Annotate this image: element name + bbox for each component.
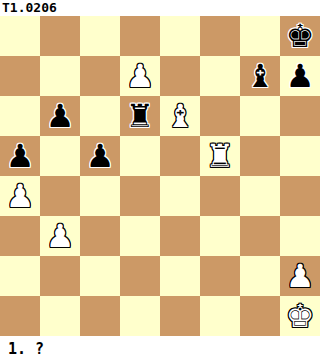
black-pawn-piece: ♟	[46, 96, 75, 136]
black-bishop-piece: ♝	[246, 56, 275, 96]
square-g3[interactable]	[240, 216, 280, 256]
square-c2[interactable]	[80, 256, 120, 296]
square-e6[interactable]: ♝	[160, 96, 200, 136]
square-h3[interactable]	[280, 216, 320, 256]
white-king-piece: ♚	[286, 296, 315, 336]
square-g2[interactable]	[240, 256, 280, 296]
square-e3[interactable]	[160, 216, 200, 256]
square-f7[interactable]	[200, 56, 240, 96]
square-e1[interactable]	[160, 296, 200, 336]
square-g4[interactable]	[240, 176, 280, 216]
square-b4[interactable]	[40, 176, 80, 216]
square-a6[interactable]	[0, 96, 40, 136]
square-f8[interactable]	[200, 16, 240, 56]
square-b3[interactable]: ♟	[40, 216, 80, 256]
square-d3[interactable]	[120, 216, 160, 256]
white-rook-piece: ♜	[206, 136, 235, 176]
square-g7[interactable]: ♝	[240, 56, 280, 96]
white-pawn-piece: ♟	[286, 256, 315, 296]
square-h5[interactable]	[280, 136, 320, 176]
white-pawn-piece: ♟	[46, 216, 75, 256]
square-g1[interactable]	[240, 296, 280, 336]
square-b8[interactable]	[40, 16, 80, 56]
square-d4[interactable]	[120, 176, 160, 216]
white-pawn-piece: ♟	[126, 56, 155, 96]
square-c7[interactable]	[80, 56, 120, 96]
puzzle-id: T1.0206	[0, 0, 320, 16]
square-d6[interactable]: ♜	[120, 96, 160, 136]
white-pawn-piece: ♟	[6, 176, 35, 216]
square-d5[interactable]	[120, 136, 160, 176]
square-a1[interactable]	[0, 296, 40, 336]
square-h8[interactable]: ♚	[280, 16, 320, 56]
square-c1[interactable]	[80, 296, 120, 336]
square-a3[interactable]	[0, 216, 40, 256]
square-e4[interactable]	[160, 176, 200, 216]
square-g8[interactable]	[240, 16, 280, 56]
square-c3[interactable]	[80, 216, 120, 256]
square-e7[interactable]	[160, 56, 200, 96]
square-g5[interactable]	[240, 136, 280, 176]
square-f1[interactable]	[200, 296, 240, 336]
square-h6[interactable]	[280, 96, 320, 136]
square-f3[interactable]	[200, 216, 240, 256]
square-c4[interactable]	[80, 176, 120, 216]
square-d7[interactable]: ♟	[120, 56, 160, 96]
black-king-piece: ♚	[286, 16, 315, 56]
square-b5[interactable]	[40, 136, 80, 176]
square-e5[interactable]	[160, 136, 200, 176]
square-a2[interactable]	[0, 256, 40, 296]
black-rook-piece: ♜	[126, 96, 155, 136]
black-pawn-piece: ♟	[86, 136, 115, 176]
square-c6[interactable]	[80, 96, 120, 136]
square-f6[interactable]	[200, 96, 240, 136]
square-a8[interactable]	[0, 16, 40, 56]
square-b2[interactable]	[40, 256, 80, 296]
square-d2[interactable]	[120, 256, 160, 296]
square-h1[interactable]: ♚	[280, 296, 320, 336]
square-c8[interactable]	[80, 16, 120, 56]
square-d8[interactable]	[120, 16, 160, 56]
square-h7[interactable]: ♟	[280, 56, 320, 96]
white-bishop-piece: ♝	[166, 96, 195, 136]
square-g6[interactable]	[240, 96, 280, 136]
square-c5[interactable]: ♟	[80, 136, 120, 176]
move-prompt: 1. ?	[0, 336, 320, 358]
square-e2[interactable]	[160, 256, 200, 296]
square-f4[interactable]	[200, 176, 240, 216]
square-a5[interactable]: ♟	[0, 136, 40, 176]
chess-board: ♚♟♝♟♟♜♝♟♟♜♟♟♟♚	[0, 16, 320, 336]
square-e8[interactable]	[160, 16, 200, 56]
square-d1[interactable]	[120, 296, 160, 336]
square-b7[interactable]	[40, 56, 80, 96]
square-b6[interactable]: ♟	[40, 96, 80, 136]
square-b1[interactable]	[40, 296, 80, 336]
square-a7[interactable]	[0, 56, 40, 96]
square-h2[interactable]: ♟	[280, 256, 320, 296]
square-f2[interactable]	[200, 256, 240, 296]
square-f5[interactable]: ♜	[200, 136, 240, 176]
square-h4[interactable]	[280, 176, 320, 216]
square-a4[interactable]: ♟	[0, 176, 40, 216]
black-pawn-piece: ♟	[6, 136, 35, 176]
black-pawn-piece: ♟	[286, 56, 315, 96]
